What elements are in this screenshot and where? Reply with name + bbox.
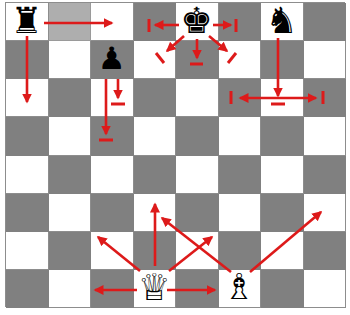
- square-f4: [219, 156, 262, 194]
- square-a3: [6, 194, 49, 232]
- square-d2: [134, 232, 177, 270]
- square-c6: [91, 79, 134, 117]
- square-d4: [134, 156, 177, 194]
- square-g5: [261, 117, 304, 155]
- square-g3: [261, 194, 304, 232]
- square-c5: [91, 117, 134, 155]
- square-d1: ♕: [134, 270, 177, 308]
- square-g6: [261, 79, 304, 117]
- square-d7: [134, 41, 177, 79]
- square-f1: ♗: [219, 270, 262, 308]
- square-b3: [49, 194, 92, 232]
- piece-white-bishop: ♗: [223, 269, 255, 305]
- piece-black-king: ♚: [181, 3, 213, 39]
- square-c2: [91, 232, 134, 270]
- square-f8: [219, 3, 262, 41]
- square-a4: [6, 156, 49, 194]
- square-c7: ♟: [91, 41, 134, 79]
- square-g1: [261, 270, 304, 308]
- square-f7: [219, 41, 262, 79]
- square-e2: [176, 232, 219, 270]
- square-g2: [261, 232, 304, 270]
- square-b1: [49, 270, 92, 308]
- square-c1: [91, 270, 134, 308]
- square-h8: [304, 3, 347, 41]
- square-h3: [304, 194, 347, 232]
- square-h7: [304, 41, 347, 79]
- piece-black-rook: ♜: [11, 3, 43, 39]
- square-b8: [49, 3, 92, 41]
- square-b2: [49, 232, 92, 270]
- square-g7: [261, 41, 304, 79]
- square-d8: [134, 3, 177, 41]
- piece-white-queen: ♕: [138, 269, 171, 306]
- chess-board: ♜♚♞♟♕♗: [5, 2, 345, 307]
- square-c8: [91, 3, 134, 41]
- square-e5: [176, 117, 219, 155]
- square-b7: [49, 41, 92, 79]
- square-f5: [219, 117, 262, 155]
- square-g8: ♞: [261, 3, 304, 41]
- square-h6: [304, 79, 347, 117]
- square-h5: [304, 117, 347, 155]
- square-e3: [176, 194, 219, 232]
- square-a1: [6, 270, 49, 308]
- square-h1: [304, 270, 347, 308]
- piece-black-pawn: ♟: [98, 43, 126, 74]
- square-e8: ♚: [176, 3, 219, 41]
- square-e1: [176, 270, 219, 308]
- piece-black-knight: ♞: [266, 3, 298, 39]
- square-g4: [261, 156, 304, 194]
- square-h4: [304, 156, 347, 194]
- square-a8: ♜: [6, 3, 49, 41]
- square-d3: [134, 194, 177, 232]
- square-d5: [134, 117, 177, 155]
- square-f3: [219, 194, 262, 232]
- square-a7: [6, 41, 49, 79]
- square-a2: [6, 232, 49, 270]
- square-e4: [176, 156, 219, 194]
- square-c3: [91, 194, 134, 232]
- square-e7: [176, 41, 219, 79]
- square-b6: [49, 79, 92, 117]
- square-e6: [176, 79, 219, 117]
- square-b5: [49, 117, 92, 155]
- square-a6: [6, 79, 49, 117]
- square-d6: [134, 79, 177, 117]
- square-a5: [6, 117, 49, 155]
- square-b4: [49, 156, 92, 194]
- square-h2: [304, 232, 347, 270]
- square-f6: [219, 79, 262, 117]
- square-f2: [219, 232, 262, 270]
- square-c4: [91, 156, 134, 194]
